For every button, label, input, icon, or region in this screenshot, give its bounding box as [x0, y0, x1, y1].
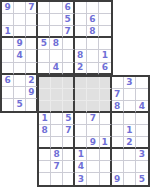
cell-g1-r7c1[interactable]: 6	[2, 75, 14, 87]
cell-g1-r1c3[interactable]: 7	[26, 2, 38, 14]
cell-g2-r5c2[interactable]	[51, 125, 63, 137]
cell-g1-r4c3[interactable]	[26, 38, 38, 50]
cell-g1-r6c3[interactable]	[26, 63, 38, 75]
cell-g1-r2c9[interactable]	[99, 14, 111, 26]
cell-g2-r8c2[interactable]: 7	[51, 161, 63, 173]
cell-g2-r9c1[interactable]	[39, 173, 51, 185]
cell-g2-r1c8[interactable]: 3	[124, 77, 136, 89]
cell-g1-r5c2[interactable]: 4	[14, 50, 26, 62]
cell-g1-r6c4[interactable]	[38, 63, 50, 75]
cell-g1-r4c2[interactable]: 9	[14, 38, 26, 50]
cell-g1-r4c4[interactable]: 5	[38, 38, 50, 50]
cell-g2-r8c1[interactable]	[39, 161, 51, 173]
cell-g1-r1c7[interactable]	[75, 2, 87, 14]
cell-g2-r4c8[interactable]	[124, 113, 136, 125]
cell-g2-r4c4[interactable]	[75, 113, 87, 125]
cell-g2-r5c4[interactable]	[75, 125, 87, 137]
cell-g2-r6c2[interactable]	[51, 137, 63, 149]
cell-g2-r9c9[interactable]: 5	[136, 173, 148, 185]
cell-g1-r3c4[interactable]	[38, 26, 50, 38]
cell-g2-r7c4[interactable]: 1	[75, 149, 87, 161]
cell-g1-r8c2[interactable]	[14, 87, 26, 99]
cell-g2-r8c9[interactable]	[136, 161, 148, 173]
sudoku-grid-bottom-right: 378415787191281374395	[37, 75, 150, 187]
cell-g2-r1c5[interactable]	[87, 77, 99, 89]
cell-g1-r6c1[interactable]	[2, 63, 14, 75]
cell-g2-r1c4[interactable]	[75, 77, 87, 89]
cell-g1-r6c8[interactable]	[87, 63, 99, 75]
cell-g1-r1c6[interactable]: 6	[63, 2, 75, 14]
cell-g2-r3c9[interactable]: 4	[136, 101, 148, 113]
cell-g2-r4c6[interactable]	[100, 113, 112, 125]
cell-g2-r7c1[interactable]	[39, 149, 51, 161]
cell-g1-r1c9[interactable]	[99, 2, 111, 14]
cell-g2-r6c1[interactable]	[39, 137, 51, 149]
cell-g2-r2c2[interactable]	[51, 89, 63, 101]
cell-g1-r1c4[interactable]	[38, 2, 50, 14]
cell-g1-r3c1[interactable]: 1	[2, 26, 14, 38]
cell-g2-r4c7[interactable]	[112, 113, 124, 125]
cell-g1-r6c6[interactable]	[63, 63, 75, 75]
cell-g1-r5c5[interactable]	[50, 50, 62, 62]
cell-g1-r5c4[interactable]	[38, 50, 50, 62]
cell-g1-r2c1[interactable]	[2, 14, 14, 26]
cell-g2-r7c8[interactable]	[124, 149, 136, 161]
cell-g1-r6c9[interactable]: 6	[99, 63, 111, 75]
cell-g1-r5c9[interactable]: 1	[99, 50, 111, 62]
cell-g2-r6c5[interactable]: 9	[87, 137, 99, 149]
cell-g2-r5c1[interactable]: 8	[39, 125, 51, 137]
cell-g2-r8c6[interactable]	[100, 161, 112, 173]
cell-g1-r3c6[interactable]: 7	[63, 26, 75, 38]
cell-g2-r8c7[interactable]	[112, 161, 124, 173]
cell-g1-r6c2[interactable]	[14, 63, 26, 75]
cell-g2-r1c1[interactable]	[39, 77, 51, 89]
cell-g2-r2c1[interactable]	[39, 89, 51, 101]
twodoku-board: 976561789584814266295 378415787191281374…	[0, 0, 150, 187]
cell-g2-r1c9[interactable]	[136, 77, 148, 89]
cell-g2-r6c3[interactable]	[63, 137, 75, 149]
cell-g2-r1c7[interactable]	[112, 77, 124, 89]
cell-g1-r3c7[interactable]	[75, 26, 87, 38]
cell-g2-r9c7[interactable]: 9	[112, 173, 124, 185]
cell-g2-r3c5[interactable]	[87, 101, 99, 113]
cell-g2-r4c3[interactable]: 5	[63, 113, 75, 125]
cell-g2-r7c5[interactable]	[87, 149, 99, 161]
cell-g2-r1c2[interactable]	[51, 77, 63, 89]
cell-g2-r2c4[interactable]	[75, 89, 87, 101]
cell-g1-r2c5[interactable]	[50, 14, 62, 26]
cell-g1-r5c1[interactable]	[2, 50, 14, 62]
cell-g2-r9c4[interactable]: 3	[75, 173, 87, 185]
cell-g2-r7c2[interactable]: 8	[51, 149, 63, 161]
cell-g2-r2c7[interactable]: 7	[112, 89, 124, 101]
cell-g2-r9c6[interactable]	[100, 173, 112, 185]
cell-g2-r7c9[interactable]: 3	[136, 149, 148, 161]
cell-g1-r5c7[interactable]: 8	[75, 50, 87, 62]
cell-g2-r2c3[interactable]	[63, 89, 75, 101]
cell-g1-r4c8[interactable]	[87, 38, 99, 50]
cell-g2-r1c6[interactable]	[100, 77, 112, 89]
cell-g2-r4c2[interactable]	[51, 113, 63, 125]
cell-g1-r4c7[interactable]	[75, 38, 87, 50]
cell-g1-r3c3[interactable]	[26, 26, 38, 38]
cell-g1-r3c2[interactable]	[14, 26, 26, 38]
cell-g2-r8c8[interactable]	[124, 161, 136, 173]
cell-g1-r3c5[interactable]	[50, 26, 62, 38]
cell-g1-r2c7[interactable]	[75, 14, 87, 26]
cell-g2-r1c3[interactable]	[63, 77, 75, 89]
cell-g2-r3c6[interactable]	[100, 101, 112, 113]
cell-g1-r1c8[interactable]	[87, 2, 99, 14]
cell-g2-r4c9[interactable]	[136, 113, 148, 125]
cell-g2-r5c9[interactable]	[136, 125, 148, 137]
cell-g1-r6c7[interactable]: 2	[75, 63, 87, 75]
cell-g2-r3c1[interactable]	[39, 101, 51, 113]
cell-g2-r7c6[interactable]	[100, 149, 112, 161]
cell-g1-r3c8[interactable]: 8	[87, 26, 99, 38]
cell-g2-r4c1[interactable]: 1	[39, 113, 51, 125]
cell-g1-r4c6[interactable]	[63, 38, 75, 50]
cell-g2-r5c3[interactable]: 7	[63, 125, 75, 137]
cell-g1-r2c3[interactable]	[26, 14, 38, 26]
cell-g2-r3c8[interactable]	[124, 101, 136, 113]
cell-g1-r9c1[interactable]	[2, 99, 14, 111]
cell-g2-r2c9[interactable]	[136, 89, 148, 101]
cell-g2-r6c7[interactable]	[112, 137, 124, 149]
cell-g2-r5c7[interactable]	[112, 125, 124, 137]
cell-g1-r3c9[interactable]	[99, 26, 111, 38]
cell-g2-r4c5[interactable]: 7	[87, 113, 99, 125]
cell-g1-r6c5[interactable]: 4	[50, 63, 62, 75]
cell-g2-r3c7[interactable]: 8	[112, 101, 124, 113]
cell-g2-r3c4[interactable]	[75, 101, 87, 113]
cell-g2-r8c5[interactable]	[87, 161, 99, 173]
cell-g2-r6c4[interactable]	[75, 137, 87, 149]
cell-g1-r4c5[interactable]: 8	[50, 38, 62, 50]
cell-g2-r5c5[interactable]	[87, 125, 99, 137]
cell-g2-r2c6[interactable]	[100, 89, 112, 101]
cell-g1-r2c2[interactable]	[14, 14, 26, 26]
cell-g1-r8c1[interactable]	[2, 87, 14, 99]
cell-g1-r1c5[interactable]	[50, 2, 62, 14]
cell-g2-r9c5[interactable]	[87, 173, 99, 185]
cell-g1-r7c2[interactable]	[14, 75, 26, 87]
cell-g2-r8c3[interactable]	[63, 161, 75, 173]
cell-g1-r2c6[interactable]: 5	[63, 14, 75, 26]
cell-g2-r9c8[interactable]	[124, 173, 136, 185]
cell-g2-r3c3[interactable]	[63, 101, 75, 113]
cell-g2-r5c6[interactable]	[100, 125, 112, 137]
cell-g1-r2c8[interactable]: 6	[87, 14, 99, 26]
cell-g1-r5c8[interactable]	[87, 50, 99, 62]
cell-g1-r1c2[interactable]	[14, 2, 26, 14]
cell-g1-r2c4[interactable]	[38, 14, 50, 26]
cell-g2-r8c4[interactable]: 4	[75, 161, 87, 173]
cell-g2-r6c8[interactable]: 2	[124, 137, 136, 149]
cell-g2-r2c8[interactable]	[124, 89, 136, 101]
cell-g2-r3c2[interactable]	[51, 101, 63, 113]
cell-g1-r4c1[interactable]	[2, 38, 14, 50]
cell-g2-r6c9[interactable]	[136, 137, 148, 149]
cell-g2-r7c3[interactable]	[63, 149, 75, 161]
cell-g2-r9c2[interactable]	[51, 173, 63, 185]
cell-g2-r9c3[interactable]	[63, 173, 75, 185]
cell-g1-r9c2[interactable]: 5	[14, 99, 26, 111]
cell-g2-r5c8[interactable]: 1	[124, 125, 136, 137]
cell-g1-r4c9[interactable]	[99, 38, 111, 50]
cell-g1-r1c1[interactable]: 9	[2, 2, 14, 14]
cell-g2-r7c7[interactable]	[112, 149, 124, 161]
cell-g2-r6c6[interactable]: 1	[100, 137, 112, 149]
cell-g1-r5c3[interactable]	[26, 50, 38, 62]
cell-g2-r2c5[interactable]	[87, 89, 99, 101]
cell-g1-r5c6[interactable]	[63, 50, 75, 62]
